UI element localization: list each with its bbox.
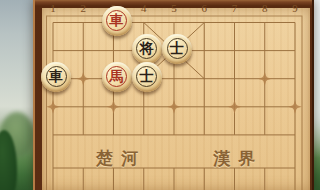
piece-ring: 馬 (106, 66, 127, 87)
column-label-6: 6 (202, 2, 208, 14)
column-label-4: 4 (141, 2, 147, 14)
column-label-8: 8 (262, 2, 268, 14)
piece-black-general[interactable]: 将 (132, 34, 162, 64)
piece-glyph: 士 (170, 42, 184, 56)
column-label-1: 1 (50, 2, 56, 14)
piece-ring: 車 (46, 66, 67, 87)
piece-ring: 士 (136, 66, 157, 87)
river-label-chu-river: 楚河 (96, 149, 146, 168)
piece-red-horse[interactable]: 馬 (102, 62, 132, 92)
piece-glyph: 車 (110, 14, 124, 28)
piece-glyph: 将 (140, 42, 154, 56)
piece-ring: 将 (136, 38, 157, 59)
piece-glyph: 士 (140, 70, 154, 84)
piece-red-chariot[interactable]: 車 (102, 6, 132, 36)
column-label-9: 9 (292, 2, 298, 14)
piece-black-chariot[interactable]: 車 (41, 62, 71, 92)
piece-black-advisor[interactable]: 士 (162, 34, 192, 64)
piece-glyph: 車 (49, 70, 63, 84)
xiangqi-scene: 123456789 楚河 漢界 車将士車馬士 (0, 0, 320, 190)
piece-glyph: 馬 (110, 70, 124, 84)
column-label-5: 5 (171, 2, 177, 14)
piece-ring: 車 (106, 10, 127, 31)
xiangqi-board[interactable] (33, 0, 314, 190)
piece-ring: 士 (167, 38, 188, 59)
river-label-han-border: 漢界 (213, 149, 263, 168)
piece-black-advisor[interactable]: 士 (132, 62, 162, 92)
column-label-7: 7 (232, 2, 238, 14)
column-label-2: 2 (81, 2, 87, 14)
